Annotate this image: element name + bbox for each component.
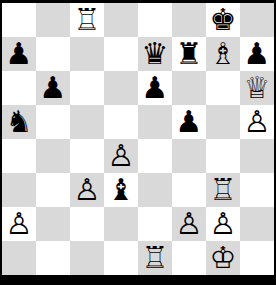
square-d7[interactable] xyxy=(104,37,138,71)
square-f4[interactable] xyxy=(172,139,206,173)
white-pawn-piece: ♙ xyxy=(210,207,237,241)
square-d1[interactable] xyxy=(104,241,138,275)
square-f1[interactable] xyxy=(172,241,206,275)
square-c3[interactable]: ♙ xyxy=(70,173,104,207)
square-d8[interactable] xyxy=(104,3,138,37)
square-a6[interactable] xyxy=(2,71,36,105)
white-king-piece: ♔ xyxy=(210,241,237,275)
square-b5[interactable] xyxy=(36,105,70,139)
black-bishop-piece: ♝ xyxy=(108,173,135,207)
square-g1[interactable]: ♔ xyxy=(206,241,240,275)
black-pawn-piece: ♟ xyxy=(6,37,33,71)
square-d5[interactable] xyxy=(104,105,138,139)
square-g6[interactable] xyxy=(206,71,240,105)
square-e4[interactable] xyxy=(138,139,172,173)
black-pawn-piece: ♟ xyxy=(244,37,271,71)
square-h5[interactable]: ♙ xyxy=(240,105,274,139)
black-knight-piece: ♞ xyxy=(6,105,33,139)
black-queen-piece: ♛ xyxy=(142,37,169,71)
square-h4[interactable] xyxy=(240,139,274,173)
square-c7[interactable] xyxy=(70,37,104,71)
square-d6[interactable] xyxy=(104,71,138,105)
square-f5[interactable]: ♟ xyxy=(172,105,206,139)
white-pawn-piece: ♙ xyxy=(6,207,33,241)
square-h7[interactable]: ♟ xyxy=(240,37,274,71)
square-c8[interactable]: ♖ xyxy=(70,3,104,37)
square-g4[interactable] xyxy=(206,139,240,173)
square-h6[interactable]: ♕ xyxy=(240,71,274,105)
square-d4[interactable]: ♙ xyxy=(104,139,138,173)
square-e8[interactable] xyxy=(138,3,172,37)
square-a7[interactable]: ♟ xyxy=(2,37,36,71)
black-king-piece: ♚ xyxy=(210,3,237,37)
white-pawn-piece: ♙ xyxy=(176,207,203,241)
square-b4[interactable] xyxy=(36,139,70,173)
square-d2[interactable] xyxy=(104,207,138,241)
square-h8[interactable] xyxy=(240,3,274,37)
white-bishop-piece: ♗ xyxy=(210,37,237,71)
square-b1[interactable] xyxy=(36,241,70,275)
black-pawn-piece: ♟ xyxy=(40,71,67,105)
square-a2[interactable]: ♙ xyxy=(2,207,36,241)
square-g2[interactable]: ♙ xyxy=(206,207,240,241)
chess-board: ♖♚♟♛♜♗♟♟♟♕♞♟♙♙♙♝♖♙♙♙♖♔ xyxy=(2,3,274,275)
square-c6[interactable] xyxy=(70,71,104,105)
white-queen-piece: ♕ xyxy=(244,71,271,105)
square-g7[interactable]: ♗ xyxy=(206,37,240,71)
square-a8[interactable] xyxy=(2,3,36,37)
square-f2[interactable]: ♙ xyxy=(172,207,206,241)
square-b6[interactable]: ♟ xyxy=(36,71,70,105)
square-b3[interactable] xyxy=(36,173,70,207)
square-g8[interactable]: ♚ xyxy=(206,3,240,37)
white-rook-piece: ♖ xyxy=(210,173,237,207)
square-e7[interactable]: ♛ xyxy=(138,37,172,71)
square-f7[interactable]: ♜ xyxy=(172,37,206,71)
square-a5[interactable]: ♞ xyxy=(2,105,36,139)
square-f8[interactable] xyxy=(172,3,206,37)
black-pawn-piece: ♟ xyxy=(142,71,169,105)
square-f3[interactable] xyxy=(172,173,206,207)
square-e1[interactable]: ♖ xyxy=(138,241,172,275)
black-pawn-piece: ♟ xyxy=(176,105,203,139)
square-a4[interactable] xyxy=(2,139,36,173)
square-c5[interactable] xyxy=(70,105,104,139)
square-c4[interactable] xyxy=(70,139,104,173)
square-f6[interactable] xyxy=(172,71,206,105)
square-a1[interactable] xyxy=(2,241,36,275)
square-h3[interactable] xyxy=(240,173,274,207)
square-a3[interactable] xyxy=(2,173,36,207)
white-rook-piece: ♖ xyxy=(74,3,101,37)
white-rook-piece: ♖ xyxy=(142,241,169,275)
white-pawn-piece: ♙ xyxy=(244,105,271,139)
square-e6[interactable]: ♟ xyxy=(138,71,172,105)
square-g5[interactable] xyxy=(206,105,240,139)
black-rook-piece: ♜ xyxy=(176,37,203,71)
square-b8[interactable] xyxy=(36,3,70,37)
square-e3[interactable] xyxy=(138,173,172,207)
square-h1[interactable] xyxy=(240,241,274,275)
square-e5[interactable] xyxy=(138,105,172,139)
square-b2[interactable] xyxy=(36,207,70,241)
white-pawn-piece: ♙ xyxy=(108,139,135,173)
square-b7[interactable] xyxy=(36,37,70,71)
board-frame: ♖♚♟♛♜♗♟♟♟♕♞♟♙♙♙♝♖♙♙♙♖♔ xyxy=(0,0,276,285)
white-pawn-piece: ♙ xyxy=(74,173,101,207)
square-c2[interactable] xyxy=(70,207,104,241)
square-c1[interactable] xyxy=(70,241,104,275)
square-h2[interactable] xyxy=(240,207,274,241)
square-g3[interactable]: ♖ xyxy=(206,173,240,207)
square-e2[interactable] xyxy=(138,207,172,241)
square-d3[interactable]: ♝ xyxy=(104,173,138,207)
